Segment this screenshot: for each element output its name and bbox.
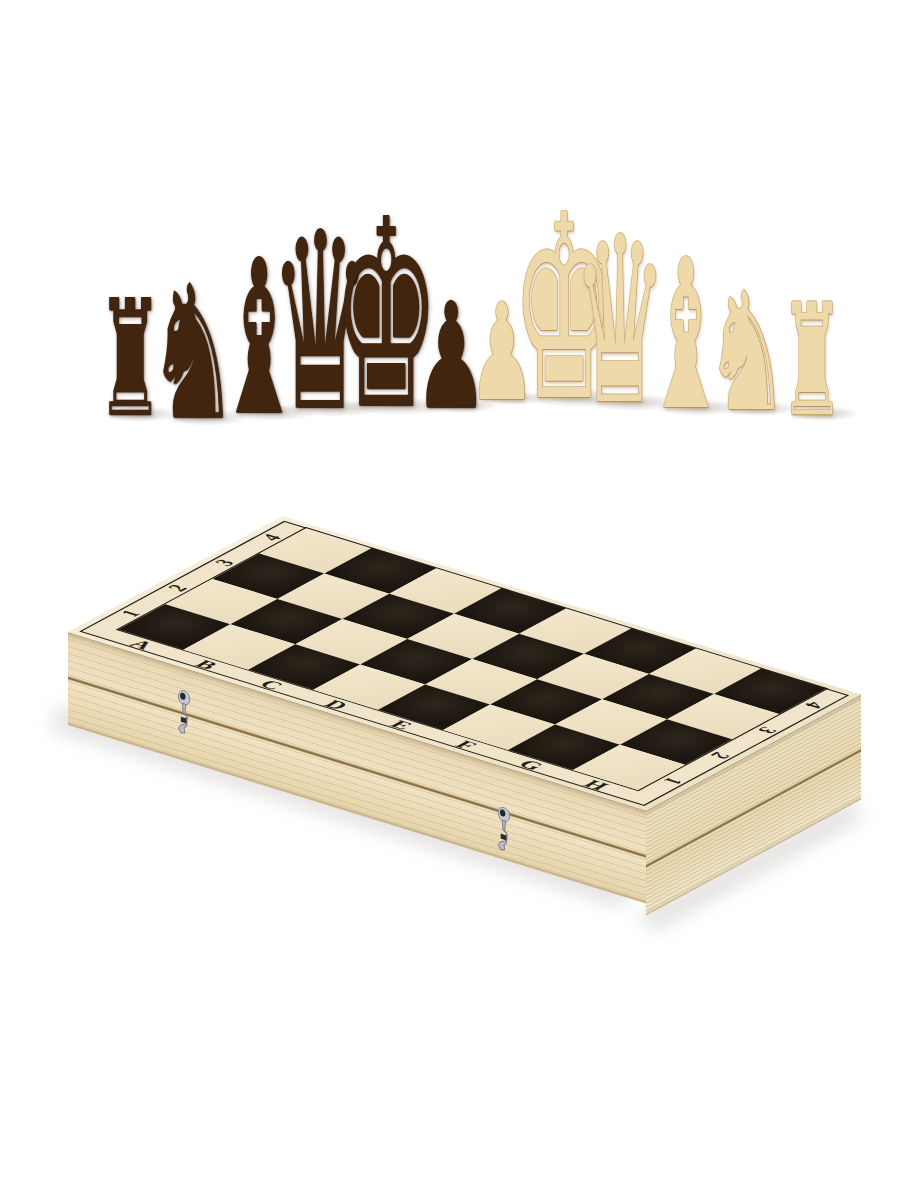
rank-label: 3: [209, 557, 239, 568]
rank-label: 4: [256, 532, 286, 543]
light-rook-piece: ♜: [780, 283, 844, 438]
light-knight-piece: ♞: [704, 271, 789, 435]
product-photo-chess-set: ♜ ♞ ♝ ♛ ♚ ♟ ♟ ♚ ♛ ♝ ♞ ♜: [0, 0, 900, 1200]
latch-hook-icon: [493, 803, 512, 855]
rank-label: 4: [799, 699, 829, 710]
rank-label: 1: [115, 608, 145, 619]
rank-label: 3: [752, 725, 782, 736]
rank-label: 1: [658, 775, 688, 786]
latch-hook-icon: [174, 687, 193, 739]
rank-label: 2: [162, 583, 192, 594]
rank-label: 2: [705, 750, 735, 761]
